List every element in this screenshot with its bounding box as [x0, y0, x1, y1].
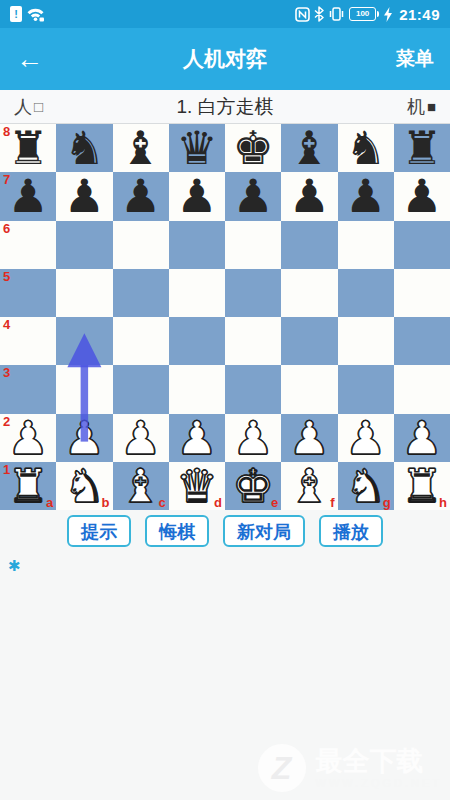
wifi-icon [26, 6, 45, 22]
piece-black-pawn: ♟ [64, 172, 105, 220]
square-f6[interactable] [281, 221, 337, 269]
square-f5[interactable] [281, 269, 337, 317]
piece-white-pawn: ♟ [345, 414, 386, 462]
piece-white-pawn: ♟ [64, 414, 105, 462]
square-d7[interactable]: ♟ [169, 172, 225, 220]
rank-label-3: 3 [3, 365, 10, 380]
file-label-g: g [383, 496, 391, 510]
square-e2[interactable]: ♟ [225, 414, 281, 462]
square-b1[interactable]: b♞ [56, 462, 112, 510]
rank-label-7: 7 [3, 172, 10, 187]
piece-white-bishop: ♝ [289, 462, 330, 510]
square-d4[interactable] [169, 317, 225, 365]
file-label-a: a [46, 496, 53, 510]
app-screen: ! 100 21:49 [0, 0, 450, 800]
square-a2[interactable]: 2♟ [0, 414, 56, 462]
piece-white-rook: ♜ [401, 462, 442, 510]
playback-button[interactable]: 播放 [319, 515, 383, 547]
square-h5[interactable] [394, 269, 450, 317]
square-h3[interactable] [394, 365, 450, 413]
rank-label-4: 4 [3, 317, 10, 332]
square-f4[interactable] [281, 317, 337, 365]
piece-white-rook: ♜ [8, 462, 49, 510]
board-area: 8♜♞♝♛♚♝♞♜7♟♟♟♟♟♟♟♟65432♟♟♟♟♟♟♟♟1a♜b♞c♝d♛… [0, 124, 450, 510]
square-h8[interactable]: ♜ [394, 124, 450, 172]
square-a3[interactable]: 3 [0, 365, 56, 413]
square-c7[interactable]: ♟ [113, 172, 169, 220]
square-a6[interactable]: 6 [0, 221, 56, 269]
piece-black-pawn: ♟ [401, 172, 442, 220]
square-h1[interactable]: h♜ [394, 462, 450, 510]
status-bar: ! 100 21:49 [0, 0, 450, 28]
square-c1[interactable]: c♝ [113, 462, 169, 510]
square-d1[interactable]: d♛ [169, 462, 225, 510]
file-label-h: h [439, 496, 447, 510]
piece-black-knight: ♞ [345, 124, 386, 172]
square-g1[interactable]: g♞ [338, 462, 394, 510]
square-a8[interactable]: 8♜ [0, 124, 56, 172]
square-b2[interactable]: ♟ [56, 414, 112, 462]
sim-alert-icon: ! [10, 6, 22, 22]
piece-white-pawn: ♟ [120, 414, 161, 462]
square-h6[interactable] [394, 221, 450, 269]
piece-black-pawn: ♟ [289, 172, 330, 220]
square-h4[interactable] [394, 317, 450, 365]
file-label-f: f [330, 496, 334, 510]
undo-button[interactable]: 悔棋 [145, 515, 209, 547]
bluetooth-icon [314, 6, 324, 22]
piece-white-pawn: ♟ [176, 414, 217, 462]
vibrate-icon [328, 6, 345, 22]
battery-icon: 100 [349, 7, 376, 21]
piece-black-knight: ♞ [64, 124, 105, 172]
square-a5[interactable]: 5 [0, 269, 56, 317]
piece-black-pawn: ♟ [345, 172, 386, 220]
square-g6[interactable] [338, 221, 394, 269]
square-b4[interactable] [56, 317, 112, 365]
square-b7[interactable]: ♟ [56, 172, 112, 220]
chess-board: 8♜♞♝♛♚♝♞♜7♟♟♟♟♟♟♟♟65432♟♟♟♟♟♟♟♟1a♜b♞c♝d♛… [0, 124, 450, 510]
square-e6[interactable] [225, 221, 281, 269]
square-h2[interactable]: ♟ [394, 414, 450, 462]
square-f1[interactable]: f♝ [281, 462, 337, 510]
piece-white-queen: ♛ [176, 462, 217, 510]
square-g3[interactable] [338, 365, 394, 413]
square-a1[interactable]: 1a♜ [0, 462, 56, 510]
piece-white-pawn: ♟ [8, 414, 49, 462]
nfc-icon [295, 7, 310, 22]
square-e3[interactable] [225, 365, 281, 413]
piece-black-pawn: ♟ [176, 172, 217, 220]
piece-black-pawn: ♟ [8, 172, 49, 220]
square-e5[interactable] [225, 269, 281, 317]
piece-white-bishop: ♝ [120, 462, 161, 510]
square-b6[interactable] [56, 221, 112, 269]
piece-white-knight: ♞ [345, 462, 386, 510]
square-c2[interactable]: ♟ [113, 414, 169, 462]
square-d5[interactable] [169, 269, 225, 317]
square-d8[interactable]: ♛ [169, 124, 225, 172]
square-g8[interactable]: ♞ [338, 124, 394, 172]
game-info-row: 人 □ 1. 白方走棋 机 ■ [0, 90, 450, 124]
square-g2[interactable]: ♟ [338, 414, 394, 462]
square-a4[interactable]: 4 [0, 317, 56, 365]
square-g5[interactable] [338, 269, 394, 317]
piece-white-pawn: ♟ [401, 414, 442, 462]
piece-black-pawn: ♟ [233, 172, 274, 220]
rank-label-1: 1 [3, 462, 10, 477]
square-d2[interactable]: ♟ [169, 414, 225, 462]
back-button[interactable]: ← [16, 46, 43, 73]
lower-panel: 提示 悔棋 新对局 播放 ✱ Z 最全下载 WWW.ZQGD.NET [0, 510, 450, 800]
square-f7[interactable]: ♟ [281, 172, 337, 220]
watermark-title: 最全下载 [316, 746, 424, 776]
square-d6[interactable] [169, 221, 225, 269]
square-c4[interactable] [113, 317, 169, 365]
square-g7[interactable]: ♟ [338, 172, 394, 220]
piece-white-pawn: ♟ [289, 414, 330, 462]
watermark-site: WWW.ZQGD.NET [316, 776, 442, 790]
piece-white-knight: ♞ [64, 462, 105, 510]
watermark-logo: Z [258, 744, 306, 792]
square-d3[interactable] [169, 365, 225, 413]
square-c6[interactable] [113, 221, 169, 269]
square-e1[interactable]: e♚ [225, 462, 281, 510]
new-game-button[interactable]: 新对局 [223, 515, 305, 547]
toolbar: 提示 悔棋 新对局 播放 [0, 510, 450, 547]
rank-label-2: 2 [3, 414, 10, 429]
piece-black-bishop: ♝ [120, 124, 161, 172]
square-f8[interactable]: ♝ [281, 124, 337, 172]
square-e8[interactable]: ♚ [225, 124, 281, 172]
square-e4[interactable] [225, 317, 281, 365]
move-status-text: 1. 白方走棋 [0, 94, 450, 120]
square-f3[interactable] [281, 365, 337, 413]
piece-white-king: ♚ [233, 462, 274, 510]
charging-bolt-icon [383, 7, 393, 22]
rank-label-8: 8 [3, 124, 10, 139]
square-c8[interactable]: ♝ [113, 124, 169, 172]
square-f2[interactable]: ♟ [281, 414, 337, 462]
watermark: Z 最全下载 WWW.ZQGD.NET [258, 744, 442, 792]
file-label-c: c [159, 496, 166, 510]
app-bar: ← 人机对弈 菜单 [0, 28, 450, 90]
piece-white-pawn: ♟ [233, 414, 274, 462]
square-b8[interactable]: ♞ [56, 124, 112, 172]
hint-button[interactable]: 提示 [67, 515, 131, 547]
piece-black-rook: ♜ [8, 124, 49, 172]
square-c3[interactable] [113, 365, 169, 413]
footnote-marker: ✱ [8, 557, 450, 575]
rank-label-6: 6 [3, 221, 10, 236]
piece-black-bishop: ♝ [289, 124, 330, 172]
square-a7[interactable]: 7♟ [0, 172, 56, 220]
square-e7[interactable]: ♟ [225, 172, 281, 220]
menu-button[interactable]: 菜单 [396, 46, 434, 72]
square-b5[interactable] [56, 269, 112, 317]
page-title: 人机对弈 [0, 45, 450, 73]
square-b3[interactable] [56, 365, 112, 413]
rank-label-5: 5 [3, 269, 10, 284]
clock-time: 21:49 [399, 6, 440, 23]
piece-black-king: ♚ [233, 124, 274, 172]
piece-black-pawn: ♟ [120, 172, 161, 220]
file-label-b: b [102, 496, 110, 510]
square-h7[interactable]: ♟ [394, 172, 450, 220]
square-g4[interactable] [338, 317, 394, 365]
file-label-e: e [271, 496, 278, 510]
piece-black-rook: ♜ [401, 124, 442, 172]
piece-black-queen: ♛ [176, 124, 217, 172]
square-c5[interactable] [113, 269, 169, 317]
file-label-d: d [214, 496, 222, 510]
